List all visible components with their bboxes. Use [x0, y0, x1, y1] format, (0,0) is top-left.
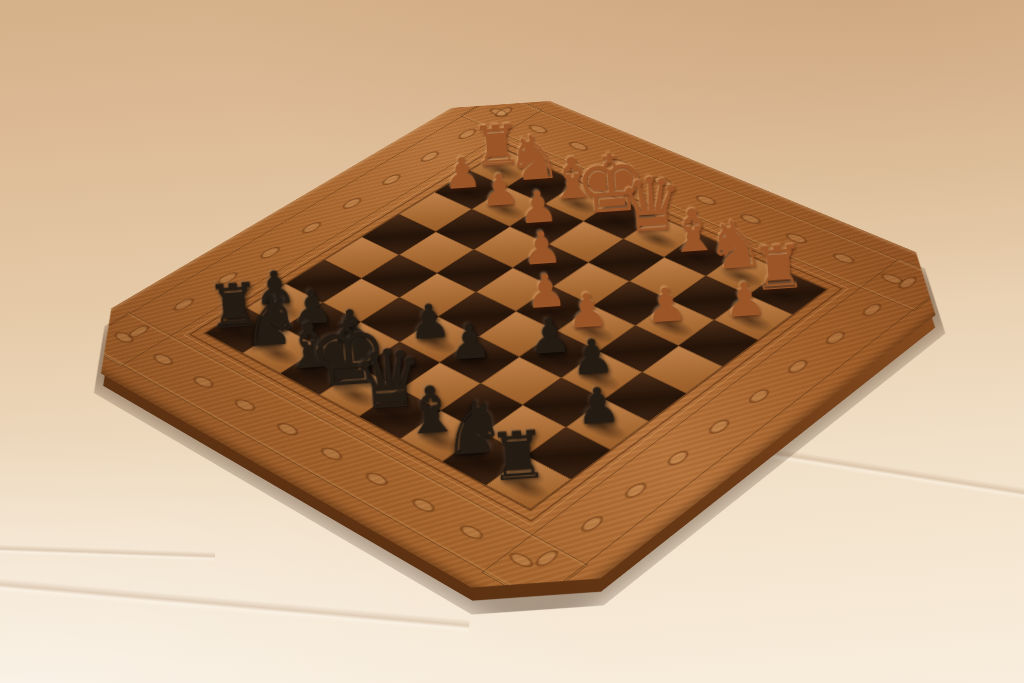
photo-background: ♜♞♝♚♛♝♞♜♟♟♟♟♟♟♟♟♟♟♟♟♟♟♟♟♜♞♝♚♛♝♞♜ [0, 0, 1024, 683]
black-pawn: ♟ [447, 316, 493, 366]
board-scene: ♜♞♝♚♛♝♞♜♟♟♟♟♟♟♟♟♟♟♟♟♟♟♟♟♜♞♝♚♛♝♞♜ [0, 0, 1024, 683]
white-pawn: ♟ [442, 150, 483, 195]
white-pawn: ♟ [722, 274, 767, 324]
black-pawn: ♟ [574, 379, 621, 431]
chess-board: ♜♞♝♚♛♝♞♜♟♟♟♟♟♟♟♟♟♟♟♟♟♟♟♟♜♞♝♚♛♝♞♜ [50, 79, 981, 626]
black-pawn: ♟ [569, 331, 615, 382]
black-rook: ♜ [486, 420, 550, 490]
white-pawn: ♟ [479, 166, 521, 212]
white-pawn: ♟ [643, 279, 688, 329]
black-pawn: ♟ [527, 310, 573, 360]
